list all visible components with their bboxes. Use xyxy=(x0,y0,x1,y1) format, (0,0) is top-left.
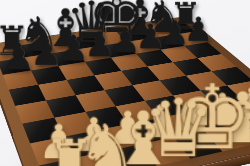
board-frame: ♜♞♝♛♚♝♞♜♟♟♟♟♟♟♟♟♟♟♟♟♟♟♟♟♜♞♝♛♚♝♞♜ xyxy=(0,16,250,166)
square-a7: ♟ xyxy=(0,57,31,75)
board-squares: ♜♞♝♛♚♝♞♜♟♟♟♟♟♟♟♟♟♟♟♟♟♟♟♟♜♞♝♛♚♝♞♜ xyxy=(0,21,250,166)
square-a1: ♜ xyxy=(39,158,86,166)
black-pawn: ♟ xyxy=(2,38,35,75)
white-rook: ♜ xyxy=(44,133,96,166)
photo-scene: ♜♞♝♛♚♝♞♜♟♟♟♟♟♟♟♟♟♟♟♟♟♟♟♟♜♞♝♛♚♝♞♜ xyxy=(0,0,250,166)
black-pawn: ♟ xyxy=(30,34,62,70)
chess-board: ♜♞♝♛♚♝♞♜♟♟♟♟♟♟♟♟♟♟♟♟♟♟♟♟♜♞♝♛♚♝♞♜ xyxy=(0,16,250,166)
